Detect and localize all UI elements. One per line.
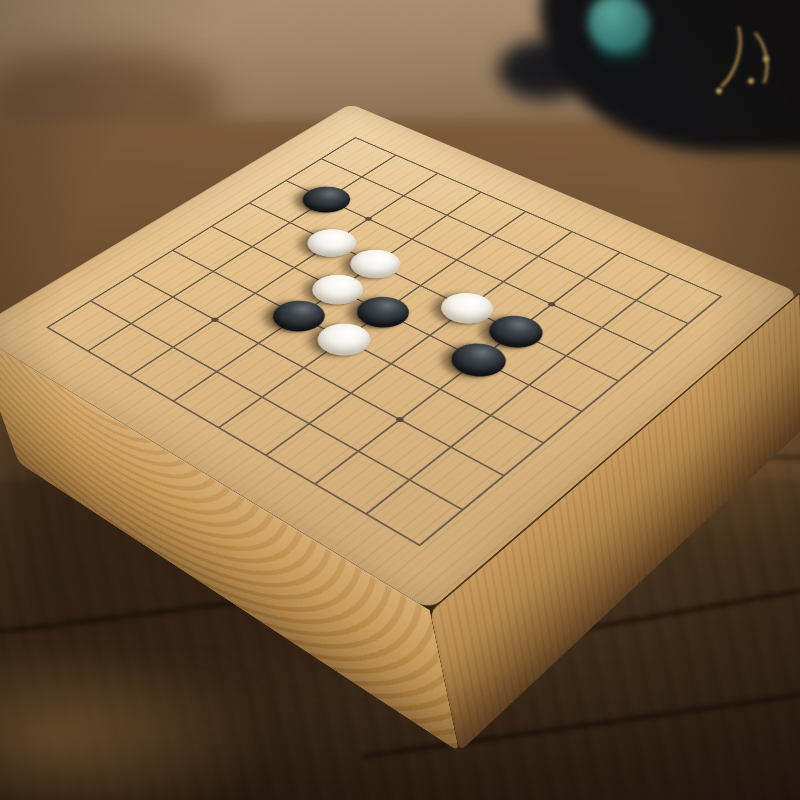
gold-chain-link: [763, 56, 769, 62]
stone-bowl-shadow: [498, 40, 588, 100]
ornament-base: [596, 34, 648, 60]
grid-line-vertical: [46, 137, 357, 328]
stone-bowl: [540, 0, 800, 152]
black-stone[interactable]: [479, 310, 554, 355]
grid-line-horizontal: [210, 226, 583, 413]
hoshi-star-point: [364, 216, 373, 221]
white-stone[interactable]: [307, 317, 381, 362]
photo-scene: [0, 0, 800, 800]
gold-chain: [722, 23, 773, 97]
white-stone[interactable]: [431, 287, 504, 330]
grid-line-horizontal: [354, 137, 722, 297]
gold-chain-link: [716, 88, 722, 94]
grid-line-horizontal: [171, 250, 545, 444]
gold-chain: [684, 7, 751, 99]
background-dark-band: [0, 52, 220, 162]
gold-chain-link: [748, 78, 754, 84]
grid-line-vertical: [86, 155, 397, 352]
black-stone[interactable]: [441, 337, 517, 383]
hoshi-star-point: [395, 416, 406, 423]
black-stone[interactable]: [293, 181, 360, 217]
grid-line-vertical: [264, 231, 573, 456]
teal-ornament: [588, 0, 650, 52]
hoshi-star-point: [547, 301, 557, 307]
grid-line-horizontal: [248, 202, 620, 382]
table-light-patch: [0, 640, 260, 800]
hoshi-star-point: [210, 317, 220, 323]
grid-line-vertical: [217, 211, 527, 429]
